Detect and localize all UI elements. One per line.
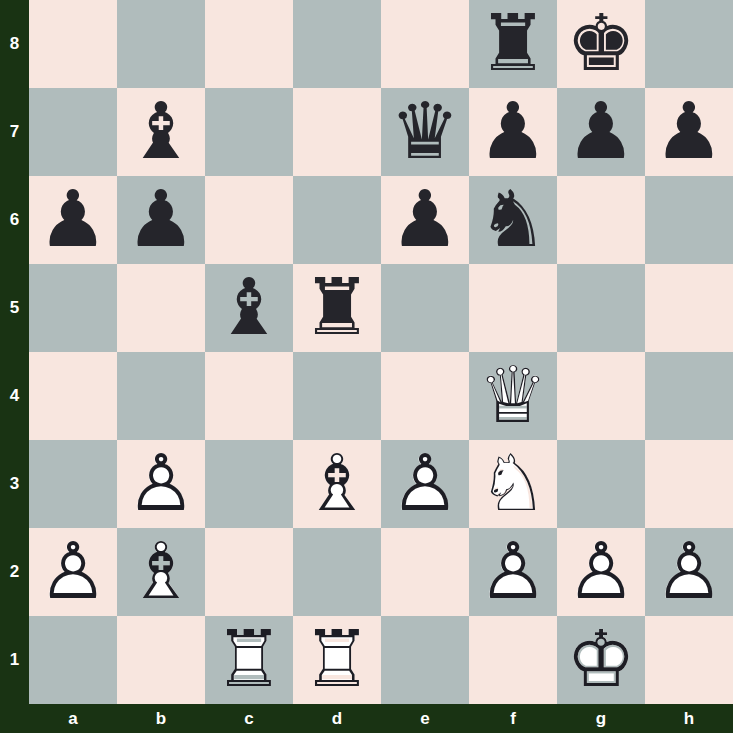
black-bishop-b7[interactable]: ♝ [117, 88, 205, 176]
white-pawn-f2[interactable]: ♟♙ [469, 528, 557, 616]
square-e8[interactable] [381, 0, 469, 88]
piece-outline: ♕ [469, 352, 557, 440]
piece-outline: ♙ [381, 440, 469, 528]
black-pawn-g7[interactable]: ♟ [557, 88, 645, 176]
square-b5[interactable] [117, 264, 205, 352]
square-b8[interactable] [117, 0, 205, 88]
file-labels: abcdefgh [29, 704, 733, 733]
file-label-e: e [381, 709, 469, 729]
piece-outline: ♙ [469, 528, 557, 616]
rank-label-6: 6 [0, 176, 29, 264]
square-d6[interactable] [293, 176, 381, 264]
white-pawn-g2[interactable]: ♟♙ [557, 528, 645, 616]
black-pawn-e6[interactable]: ♟ [381, 176, 469, 264]
piece-fill: ♟ [645, 88, 733, 176]
square-e2[interactable] [381, 528, 469, 616]
piece-fill: ♚ [557, 0, 645, 88]
piece-fill: ♝ [117, 88, 205, 176]
piece-fill: ♟ [29, 176, 117, 264]
black-bishop-c5[interactable]: ♝ [205, 264, 293, 352]
piece-fill: ♞ [469, 176, 557, 264]
square-c8[interactable] [205, 0, 293, 88]
black-pawn-b6[interactable]: ♟ [117, 176, 205, 264]
square-b1[interactable] [117, 616, 205, 704]
black-queen-e7[interactable]: ♛ [381, 88, 469, 176]
white-bishop-b2[interactable]: ♝♗ [117, 528, 205, 616]
rank-label-4: 4 [0, 352, 29, 440]
piece-fill: ♟ [469, 88, 557, 176]
square-h5[interactable] [645, 264, 733, 352]
square-f6[interactable]: ♞ [469, 176, 557, 264]
piece-outline: ♙ [29, 528, 117, 616]
square-g5[interactable] [557, 264, 645, 352]
square-f4[interactable]: ♛♕ [469, 352, 557, 440]
rank-label-5: 5 [0, 264, 29, 352]
square-a7[interactable] [29, 88, 117, 176]
square-a3[interactable] [29, 440, 117, 528]
piece-fill: ♝ [205, 264, 293, 352]
file-label-b: b [117, 709, 205, 729]
square-e5[interactable] [381, 264, 469, 352]
square-g7[interactable]: ♟ [557, 88, 645, 176]
white-bishop-d3[interactable]: ♝♗ [293, 440, 381, 528]
square-c7[interactable] [205, 88, 293, 176]
piece-outline: ♗ [293, 440, 381, 528]
black-pawn-h7[interactable]: ♟ [645, 88, 733, 176]
black-rook-d5[interactable]: ♜ [293, 264, 381, 352]
square-g3[interactable] [557, 440, 645, 528]
file-label-c: c [205, 709, 293, 729]
white-pawn-e3[interactable]: ♟♙ [381, 440, 469, 528]
square-b6[interactable]: ♟ [117, 176, 205, 264]
file-label-g: g [557, 709, 645, 729]
square-a6[interactable]: ♟ [29, 176, 117, 264]
square-h4[interactable] [645, 352, 733, 440]
square-f3[interactable]: ♞♘ [469, 440, 557, 528]
square-b3[interactable]: ♟♙ [117, 440, 205, 528]
square-b4[interactable] [117, 352, 205, 440]
square-a8[interactable] [29, 0, 117, 88]
rank-label-8: 8 [0, 0, 29, 88]
piece-fill: ♟ [557, 88, 645, 176]
piece-fill: ♜ [469, 0, 557, 88]
piece-fill: ♛ [381, 88, 469, 176]
piece-outline: ♔ [557, 616, 645, 704]
file-label-d: d [293, 709, 381, 729]
piece-fill: ♟ [117, 176, 205, 264]
piece-outline: ♗ [117, 528, 205, 616]
square-d4[interactable] [293, 352, 381, 440]
square-e6[interactable]: ♟ [381, 176, 469, 264]
square-d3[interactable]: ♝♗ [293, 440, 381, 528]
square-h8[interactable] [645, 0, 733, 88]
piece-outline: ♘ [469, 440, 557, 528]
square-f1[interactable] [469, 616, 557, 704]
piece-outline: ♖ [205, 616, 293, 704]
square-a2[interactable]: ♟♙ [29, 528, 117, 616]
file-label-h: h [645, 709, 733, 729]
black-knight-f6[interactable]: ♞ [469, 176, 557, 264]
square-a1[interactable] [29, 616, 117, 704]
rank-label-7: 7 [0, 88, 29, 176]
square-f2[interactable]: ♟♙ [469, 528, 557, 616]
square-h6[interactable] [645, 176, 733, 264]
square-g1[interactable]: ♚♔ [557, 616, 645, 704]
file-label-a: a [29, 709, 117, 729]
white-knight-f3[interactable]: ♞♘ [469, 440, 557, 528]
square-g2[interactable]: ♟♙ [557, 528, 645, 616]
square-h2[interactable]: ♟♙ [645, 528, 733, 616]
square-f8[interactable]: ♜ [469, 0, 557, 88]
square-h3[interactable] [645, 440, 733, 528]
piece-fill: ♜ [293, 264, 381, 352]
square-c6[interactable] [205, 176, 293, 264]
white-pawn-a2[interactable]: ♟♙ [29, 528, 117, 616]
white-pawn-b3[interactable]: ♟♙ [117, 440, 205, 528]
square-g4[interactable] [557, 352, 645, 440]
black-pawn-f7[interactable]: ♟ [469, 88, 557, 176]
square-h7[interactable]: ♟ [645, 88, 733, 176]
piece-outline: ♙ [117, 440, 205, 528]
piece-outline: ♙ [645, 528, 733, 616]
square-c2[interactable] [205, 528, 293, 616]
white-pawn-h2[interactable]: ♟♙ [645, 528, 733, 616]
piece-outline: ♙ [557, 528, 645, 616]
square-g6[interactable] [557, 176, 645, 264]
square-c1[interactable]: ♜♖ [205, 616, 293, 704]
piece-fill: ♟ [381, 176, 469, 264]
chess-board: ♜♚♝♛♟♟♟♟♟♟♞♝♜♛♕♟♙♝♗♟♙♞♘♟♙♝♗♟♙♟♙♟♙♜♖♜♖♚♔ [29, 0, 733, 704]
square-d1[interactable]: ♜♖ [293, 616, 381, 704]
square-b7[interactable]: ♝ [117, 88, 205, 176]
square-b2[interactable]: ♝♗ [117, 528, 205, 616]
square-a4[interactable] [29, 352, 117, 440]
square-f5[interactable] [469, 264, 557, 352]
square-c3[interactable] [205, 440, 293, 528]
square-c4[interactable] [205, 352, 293, 440]
square-f7[interactable]: ♟ [469, 88, 557, 176]
square-e1[interactable] [381, 616, 469, 704]
black-rook-f8[interactable]: ♜ [469, 0, 557, 88]
square-h1[interactable] [645, 616, 733, 704]
rank-label-2: 2 [0, 528, 29, 616]
white-queen-f4[interactable]: ♛♕ [469, 352, 557, 440]
square-a5[interactable] [29, 264, 117, 352]
square-d5[interactable]: ♜ [293, 264, 381, 352]
square-d7[interactable] [293, 88, 381, 176]
white-rook-c1[interactable]: ♜♖ [205, 616, 293, 704]
square-e7[interactable]: ♛ [381, 88, 469, 176]
square-d8[interactable] [293, 0, 381, 88]
square-e4[interactable] [381, 352, 469, 440]
white-rook-d1[interactable]: ♜♖ [293, 616, 381, 704]
board-corner [0, 704, 29, 733]
rank-label-3: 3 [0, 440, 29, 528]
black-pawn-a6[interactable]: ♟ [29, 176, 117, 264]
square-g8[interactable]: ♚ [557, 0, 645, 88]
chessboard-app: 87654321 ♜♚♝♛♟♟♟♟♟♟♞♝♜♛♕♟♙♝♗♟♙♞♘♟♙♝♗♟♙♟♙… [0, 0, 733, 733]
rank-label-1: 1 [0, 616, 29, 704]
file-label-f: f [469, 709, 557, 729]
white-king-g1[interactable]: ♚♔ [557, 616, 645, 704]
rank-labels: 87654321 [0, 0, 29, 704]
piece-outline: ♖ [293, 616, 381, 704]
square-c5[interactable]: ♝ [205, 264, 293, 352]
black-king-g8[interactable]: ♚ [557, 0, 645, 88]
square-d2[interactable] [293, 528, 381, 616]
square-e3[interactable]: ♟♙ [381, 440, 469, 528]
